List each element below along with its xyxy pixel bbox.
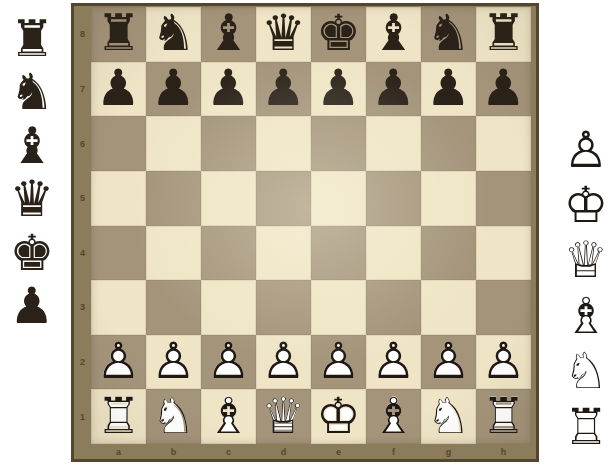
square-g2[interactable]: ♟♙ bbox=[421, 335, 476, 390]
rank-label-3: 3 bbox=[74, 280, 91, 335]
rank-labels: 87654321 bbox=[74, 7, 91, 444]
rank-label-7: 7 bbox=[74, 62, 91, 117]
square-c6[interactable] bbox=[201, 116, 256, 171]
white-bishop[interactable]: ♝♗ bbox=[201, 389, 256, 444]
square-g1[interactable]: ♞♘ bbox=[421, 389, 476, 444]
square-h2[interactable]: ♟♙ bbox=[476, 335, 531, 390]
square-c2[interactable]: ♟♙ bbox=[201, 335, 256, 390]
white-pawn[interactable]: ♟♙ bbox=[91, 335, 146, 390]
square-a4[interactable] bbox=[91, 226, 146, 281]
black-knight[interactable]: ♞ bbox=[421, 7, 476, 62]
white-rook: ♜♖ bbox=[556, 400, 612, 455]
square-d2[interactable]: ♟♙ bbox=[256, 335, 311, 390]
rank-label-1: 1 bbox=[74, 389, 91, 444]
black-knight: ♞ bbox=[2, 67, 62, 121]
white-queen: ♛♕ bbox=[556, 234, 612, 289]
rank-label-8: 8 bbox=[74, 7, 91, 62]
square-c5[interactable] bbox=[201, 171, 256, 226]
square-e8[interactable]: ♚ bbox=[311, 7, 366, 62]
square-h8[interactable]: ♜ bbox=[476, 7, 531, 62]
white-pawn: ♟♙ bbox=[556, 123, 612, 178]
square-a5[interactable] bbox=[91, 171, 146, 226]
piece-glyph: ♝ bbox=[201, 6, 256, 61]
piece-glyph: ♛ bbox=[256, 6, 311, 61]
piece-glyph: ♛ bbox=[2, 173, 62, 227]
piece-outline-glyph: ♙ bbox=[476, 334, 531, 389]
white-pawn[interactable]: ♟♙ bbox=[201, 335, 256, 390]
black-rook[interactable]: ♜ bbox=[476, 7, 531, 62]
file-label-d: d bbox=[256, 444, 311, 459]
piece-outline-glyph: ♙ bbox=[311, 334, 366, 389]
black-pawn[interactable]: ♟ bbox=[146, 62, 201, 117]
piece-glyph: ♚ bbox=[311, 6, 366, 61]
square-a8[interactable]: ♜ bbox=[91, 7, 146, 62]
piece-outline-glyph: ♗ bbox=[366, 388, 421, 443]
file-label-f: f bbox=[366, 444, 421, 459]
piece-outline-glyph: ♖ bbox=[476, 388, 531, 443]
square-f6[interactable] bbox=[366, 116, 421, 171]
black-queen[interactable]: ♛ bbox=[256, 7, 311, 62]
black-pawn[interactable]: ♟ bbox=[421, 62, 476, 117]
black-bishop[interactable]: ♝ bbox=[366, 7, 421, 62]
square-b4[interactable] bbox=[146, 226, 201, 281]
white-knight[interactable]: ♞♘ bbox=[421, 389, 476, 444]
file-label-c: c bbox=[201, 444, 256, 459]
square-b8[interactable]: ♞ bbox=[146, 7, 201, 62]
square-b1[interactable]: ♞♘ bbox=[146, 389, 201, 444]
black-rook[interactable]: ♜ bbox=[91, 7, 146, 62]
square-c1[interactable]: ♝♗ bbox=[201, 389, 256, 444]
square-e7[interactable]: ♟ bbox=[311, 62, 366, 117]
square-d3[interactable] bbox=[256, 280, 311, 335]
square-b2[interactable]: ♟♙ bbox=[146, 335, 201, 390]
square-b3[interactable] bbox=[146, 280, 201, 335]
square-c8[interactable]: ♝ bbox=[201, 7, 256, 62]
file-label-b: b bbox=[146, 444, 201, 459]
white-king[interactable]: ♚♔ bbox=[311, 389, 366, 444]
square-a2[interactable]: ♟♙ bbox=[91, 335, 146, 390]
white-queen-icon: ♛♕ bbox=[556, 234, 612, 289]
piece-glyph: ♟ bbox=[201, 61, 256, 116]
piece-glyph: ♟ bbox=[311, 61, 366, 116]
square-f1[interactable]: ♝♗ bbox=[366, 389, 421, 444]
black-king-icon: ♚ bbox=[2, 227, 62, 281]
rank-label-4: 4 bbox=[74, 226, 91, 281]
white-queen[interactable]: ♛♕ bbox=[256, 389, 311, 444]
piece-glyph: ♞ bbox=[2, 66, 62, 120]
white-bishop-icon: ♝♗ bbox=[556, 289, 612, 344]
white-king-icon: ♚♔ bbox=[556, 178, 612, 233]
file-label-e: e bbox=[311, 444, 366, 459]
white-pawn[interactable]: ♟♙ bbox=[476, 335, 531, 390]
black-piece-legend: ♜♞♝♛♚♟ bbox=[2, 13, 62, 334]
black-rook: ♜ bbox=[2, 13, 62, 67]
black-pawn: ♟ bbox=[2, 281, 62, 335]
black-rook-icon: ♜ bbox=[2, 13, 62, 67]
square-a7[interactable]: ♟ bbox=[91, 62, 146, 117]
square-a6[interactable] bbox=[91, 116, 146, 171]
square-g3[interactable] bbox=[421, 280, 476, 335]
square-b7[interactable]: ♟ bbox=[146, 62, 201, 117]
rank-label-5: 5 bbox=[74, 171, 91, 226]
black-pawn-icon: ♟ bbox=[2, 281, 62, 335]
rank-label-6: 6 bbox=[74, 116, 91, 171]
piece-outline-glyph: ♙ bbox=[146, 334, 201, 389]
piece-glyph: ♞ bbox=[146, 6, 201, 61]
white-pawn[interactable]: ♟♙ bbox=[421, 335, 476, 390]
square-f7[interactable]: ♟ bbox=[366, 62, 421, 117]
square-d4[interactable] bbox=[256, 226, 311, 281]
piece-glyph: ♟ bbox=[146, 61, 201, 116]
piece-outline-glyph: ♘ bbox=[556, 344, 612, 399]
square-f5[interactable] bbox=[366, 171, 421, 226]
piece-outline-glyph: ♗ bbox=[556, 288, 612, 343]
white-piece-legend: ♟♙♚♔♛♕♝♗♞♘♜♖ bbox=[556, 123, 612, 455]
square-h5[interactable] bbox=[476, 171, 531, 226]
square-e2[interactable]: ♟♙ bbox=[311, 335, 366, 390]
black-bishop[interactable]: ♝ bbox=[201, 7, 256, 62]
piece-glyph: ♟ bbox=[366, 61, 421, 116]
black-queen-icon: ♛ bbox=[2, 174, 62, 228]
square-a1[interactable]: ♜♖ bbox=[91, 389, 146, 444]
black-pawn[interactable]: ♟ bbox=[366, 62, 421, 117]
piece-outline-glyph: ♘ bbox=[421, 388, 476, 443]
square-h6[interactable] bbox=[476, 116, 531, 171]
square-g7[interactable]: ♟ bbox=[421, 62, 476, 117]
piece-outline-glyph: ♔ bbox=[311, 388, 366, 443]
square-f3[interactable] bbox=[366, 280, 421, 335]
white-bishop: ♝♗ bbox=[556, 289, 612, 344]
piece-outline-glyph: ♙ bbox=[201, 334, 256, 389]
square-e4[interactable] bbox=[311, 226, 366, 281]
square-h7[interactable]: ♟ bbox=[476, 62, 531, 117]
square-e5[interactable] bbox=[311, 171, 366, 226]
piece-glyph: ♟ bbox=[476, 61, 531, 116]
piece-glyph: ♚ bbox=[2, 226, 62, 280]
square-g6[interactable] bbox=[421, 116, 476, 171]
square-h4[interactable] bbox=[476, 226, 531, 281]
black-king: ♚ bbox=[2, 227, 62, 281]
rank-label-2: 2 bbox=[74, 335, 91, 390]
piece-outline-glyph: ♙ bbox=[91, 334, 146, 389]
square-b5[interactable] bbox=[146, 171, 201, 226]
chess-board: 87654321 ♜♞♝♛♚♝♞♜♟♟♟♟♟♟♟♟♟♙♟♙♟♙♟♙♟♙♟♙♟♙♟… bbox=[71, 3, 539, 462]
black-pawn[interactable]: ♟ bbox=[91, 62, 146, 117]
white-pawn-icon: ♟♙ bbox=[556, 123, 612, 178]
square-f4[interactable] bbox=[366, 226, 421, 281]
square-g4[interactable] bbox=[421, 226, 476, 281]
square-h3[interactable] bbox=[476, 280, 531, 335]
white-rook[interactable]: ♜♖ bbox=[91, 389, 146, 444]
piece-glyph: ♜ bbox=[2, 12, 62, 66]
piece-outline-glyph: ♕ bbox=[256, 388, 311, 443]
black-pawn[interactable]: ♟ bbox=[476, 62, 531, 117]
white-pawn[interactable]: ♟♙ bbox=[146, 335, 201, 390]
square-e6[interactable] bbox=[311, 116, 366, 171]
piece-glyph: ♟ bbox=[421, 61, 476, 116]
black-bishop-icon: ♝ bbox=[2, 120, 62, 174]
black-knight[interactable]: ♞ bbox=[146, 7, 201, 62]
piece-glyph: ♟ bbox=[91, 61, 146, 116]
square-g5[interactable] bbox=[421, 171, 476, 226]
white-pawn[interactable]: ♟♙ bbox=[311, 335, 366, 390]
piece-outline-glyph: ♙ bbox=[556, 122, 612, 177]
piece-outline-glyph: ♗ bbox=[201, 388, 256, 443]
white-bishop[interactable]: ♝♗ bbox=[366, 389, 421, 444]
piece-glyph: ♟ bbox=[256, 61, 311, 116]
white-pawn[interactable]: ♟♙ bbox=[256, 335, 311, 390]
piece-glyph: ♜ bbox=[91, 6, 146, 61]
file-label-h: h bbox=[476, 444, 531, 459]
square-d7[interactable]: ♟ bbox=[256, 62, 311, 117]
black-pawn[interactable]: ♟ bbox=[311, 62, 366, 117]
piece-glyph: ♝ bbox=[366, 6, 421, 61]
square-b6[interactable] bbox=[146, 116, 201, 171]
piece-glyph: ♞ bbox=[421, 6, 476, 61]
square-c7[interactable]: ♟ bbox=[201, 62, 256, 117]
piece-glyph: ♝ bbox=[2, 119, 62, 173]
white-knight[interactable]: ♞♘ bbox=[146, 389, 201, 444]
square-c3[interactable] bbox=[201, 280, 256, 335]
black-pawn[interactable]: ♟ bbox=[201, 62, 256, 117]
white-knight-icon: ♞♘ bbox=[556, 345, 612, 400]
white-rook[interactable]: ♜♖ bbox=[476, 389, 531, 444]
square-e1[interactable]: ♚♔ bbox=[311, 389, 366, 444]
chess-set-illustration: ♜♞♝♛♚♟ 87654321 ♜♞♝♛♚♝♞♜♟♟♟♟♟♟♟♟♟♙♟♙♟♙♟♙… bbox=[0, 0, 612, 467]
black-queen: ♛ bbox=[2, 174, 62, 228]
white-knight: ♞♘ bbox=[556, 345, 612, 400]
square-g8[interactable]: ♞ bbox=[421, 7, 476, 62]
square-c4[interactable] bbox=[201, 226, 256, 281]
square-e3[interactable] bbox=[311, 280, 366, 335]
square-h1[interactable]: ♜♖ bbox=[476, 389, 531, 444]
piece-outline-glyph: ♕ bbox=[556, 233, 612, 288]
square-f2[interactable]: ♟♙ bbox=[366, 335, 421, 390]
white-king: ♚♔ bbox=[556, 178, 612, 233]
square-d1[interactable]: ♛♕ bbox=[256, 389, 311, 444]
square-a3[interactable] bbox=[91, 280, 146, 335]
black-pawn[interactable]: ♟ bbox=[256, 62, 311, 117]
piece-outline-glyph: ♘ bbox=[146, 388, 201, 443]
black-knight-icon: ♞ bbox=[2, 67, 62, 121]
piece-outline-glyph: ♙ bbox=[366, 334, 421, 389]
piece-outline-glyph: ♖ bbox=[556, 399, 612, 454]
piece-outline-glyph: ♙ bbox=[421, 334, 476, 389]
file-labels: abcdefgh bbox=[91, 444, 531, 459]
square-d5[interactable] bbox=[256, 171, 311, 226]
file-label-g: g bbox=[421, 444, 476, 459]
square-d8[interactable]: ♛ bbox=[256, 7, 311, 62]
square-d6[interactable] bbox=[256, 116, 311, 171]
piece-outline-glyph: ♙ bbox=[256, 334, 311, 389]
black-king[interactable]: ♚ bbox=[311, 7, 366, 62]
black-bishop: ♝ bbox=[2, 120, 62, 174]
board-squares: ♜♞♝♛♚♝♞♜♟♟♟♟♟♟♟♟♟♙♟♙♟♙♟♙♟♙♟♙♟♙♟♙♜♖♞♘♝♗♛♕… bbox=[91, 7, 531, 444]
white-pawn[interactable]: ♟♙ bbox=[366, 335, 421, 390]
file-label-a: a bbox=[91, 444, 146, 459]
white-rook-icon: ♜♖ bbox=[556, 400, 612, 455]
piece-outline-glyph: ♖ bbox=[91, 388, 146, 443]
piece-glyph: ♟ bbox=[2, 280, 62, 334]
piece-outline-glyph: ♔ bbox=[556, 177, 612, 232]
square-f8[interactable]: ♝ bbox=[366, 7, 421, 62]
piece-glyph: ♜ bbox=[476, 6, 531, 61]
